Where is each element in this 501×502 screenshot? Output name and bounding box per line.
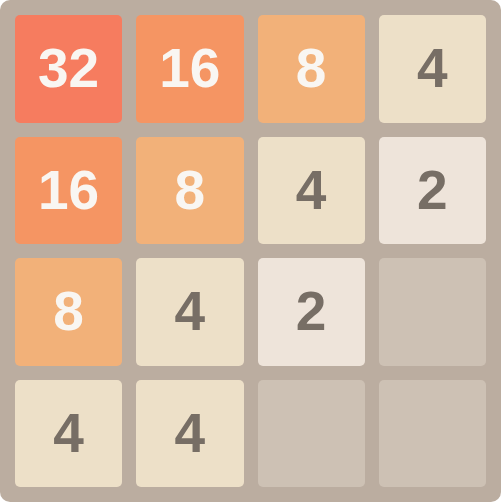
2048-board[interactable]: 3216841684284244 <box>0 0 501 502</box>
tile-4: 4 <box>379 15 486 123</box>
tile-16: 16 <box>136 15 243 123</box>
tile-2: 2 <box>379 137 486 245</box>
tile-4: 4 <box>15 380 122 488</box>
tile-2: 2 <box>258 258 365 366</box>
empty-cell <box>379 380 486 488</box>
tile-8: 8 <box>258 15 365 123</box>
tile-8: 8 <box>15 258 122 366</box>
tile-16: 16 <box>15 137 122 245</box>
tile-4: 4 <box>258 137 365 245</box>
empty-cell <box>379 258 486 366</box>
tile-8: 8 <box>136 137 243 245</box>
tile-4: 4 <box>136 258 243 366</box>
tile-32: 32 <box>15 15 122 123</box>
empty-cell <box>258 380 365 488</box>
tile-4: 4 <box>136 380 243 488</box>
